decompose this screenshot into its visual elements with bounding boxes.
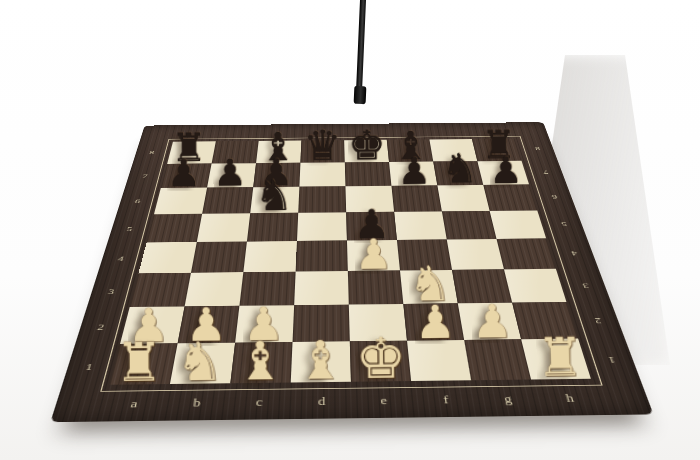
rank-label-right-2: 2	[582, 303, 615, 340]
square-g6[interactable]	[437, 185, 489, 211]
white-bishop-c1[interactable]: ♝	[230, 342, 292, 383]
square-f2[interactable]: ♟	[403, 303, 464, 340]
square-b5[interactable]	[197, 213, 250, 242]
file-label-b: b	[164, 396, 229, 413]
square-f7[interactable]: ♟	[389, 162, 437, 186]
rank-label-right-5: 5	[551, 210, 578, 238]
square-f5[interactable]	[394, 211, 447, 240]
inner-rim-line: ♜♝♛♚♝♜♟♟♟♟♞♟♞♟♟♞♟♟♟♟♟♜♞♝♝♚♜	[100, 136, 602, 392]
square-g1[interactable]	[464, 339, 531, 380]
dgt-cable-plug	[354, 86, 367, 105]
square-c6[interactable]: ♞	[250, 187, 299, 213]
square-h6[interactable]	[483, 185, 537, 211]
file-label-h: h	[537, 392, 604, 409]
black-pawn-a7[interactable]: ♟	[161, 164, 212, 189]
piece-glyph: ♞	[442, 148, 479, 189]
square-g2[interactable]: ♟	[458, 303, 521, 340]
file-label-f: f	[414, 393, 478, 410]
black-pawn-f7[interactable]: ♟	[389, 162, 437, 186]
square-g5[interactable]	[442, 211, 497, 240]
rank-label-left-5: 5	[116, 215, 142, 244]
rank-label-right-4: 4	[560, 239, 589, 270]
piece-glyph: ♚	[355, 329, 406, 386]
piece-glyph: ♟	[415, 299, 457, 345]
white-rook-h1[interactable]: ♜	[521, 339, 591, 380]
square-b7[interactable]: ♟	[207, 163, 256, 187]
rank-label-left-6: 6	[125, 188, 150, 215]
piece-glyph: ♜	[537, 331, 585, 385]
square-d7[interactable]	[299, 162, 345, 186]
piece-glyph: ♟	[472, 298, 514, 344]
dgt-cable	[356, 0, 367, 98]
square-f1[interactable]	[407, 340, 471, 381]
piece-glyph: ♝	[297, 334, 345, 388]
piece-glyph: ♛	[304, 124, 342, 166]
white-king-e1[interactable]: ♚	[350, 341, 411, 382]
square-h4[interactable]	[497, 238, 556, 269]
square-d1[interactable]: ♝	[291, 341, 351, 382]
rank-label-left-2: 2	[85, 309, 116, 347]
rank-label-left-8: 8	[140, 141, 162, 164]
file-label-e: e	[353, 394, 416, 411]
square-c5[interactable]	[247, 213, 298, 242]
square-b4[interactable]	[191, 241, 247, 272]
piece-glyph: ♟	[355, 233, 393, 275]
play-area: ♜♝♛♚♝♜♟♟♟♟♞♟♞♟♟♞♟♟♟♟♟♜♞♝♝♚♜	[109, 139, 591, 385]
rank-label-right-6: 6	[542, 184, 568, 210]
square-b1[interactable]: ♞	[170, 343, 235, 384]
file-label-d: d	[290, 395, 353, 412]
square-b6[interactable]	[202, 187, 253, 213]
rank-label-left-3: 3	[96, 274, 125, 308]
square-e7[interactable]	[345, 162, 392, 186]
black-queen-d8[interactable]: ♛	[300, 140, 344, 163]
piece-glyph: ♞	[176, 335, 224, 389]
white-pawn-g2[interactable]: ♟	[458, 303, 521, 340]
square-e8[interactable]: ♚	[344, 140, 389, 163]
rank-label-right-3: 3	[571, 269, 602, 303]
square-d4[interactable]	[296, 240, 348, 271]
piece-glyph: ♟	[167, 155, 200, 192]
white-pawn-e4[interactable]: ♟	[347, 240, 400, 271]
black-knight-c6[interactable]: ♞	[250, 187, 299, 213]
file-label-c: c	[227, 396, 291, 413]
piece-glyph: ♞	[255, 175, 293, 217]
square-c1[interactable]: ♝	[230, 342, 292, 383]
square-h1[interactable]: ♜	[521, 339, 591, 380]
black-pawn-b7[interactable]: ♟	[207, 163, 256, 187]
square-h3[interactable]	[504, 269, 566, 303]
square-g7[interactable]: ♞	[433, 161, 483, 185]
square-f6[interactable]	[391, 185, 441, 211]
piece-glyph: ♚	[348, 124, 386, 166]
rank-label-left-1: 1	[72, 346, 105, 388]
product-photo-scene: 87654321 12345678 abcdefgh ♜♝♛♚♝♜♟♟♟♟♞♟♞…	[0, 0, 700, 460]
square-g4[interactable]	[447, 239, 504, 270]
white-pawn-f2[interactable]: ♟	[403, 303, 464, 340]
square-d3[interactable]	[294, 271, 349, 305]
file-label-g: g	[476, 392, 541, 409]
rank-label-right-7: 7	[534, 160, 559, 184]
rank-label-right-1: 1	[595, 340, 630, 381]
file-label-a: a	[100, 397, 166, 414]
square-a4[interactable]	[139, 242, 197, 273]
square-h7[interactable]: ♟	[477, 161, 529, 185]
white-knight-b1[interactable]: ♞	[170, 343, 235, 384]
square-h5[interactable]	[490, 210, 547, 238]
square-a7[interactable]: ♟	[161, 164, 212, 189]
piece-glyph: ♜	[116, 336, 164, 390]
white-rook-a1[interactable]: ♜	[109, 343, 177, 384]
rank-label-left-7: 7	[133, 164, 156, 189]
white-bishop-d1[interactable]: ♝	[291, 341, 351, 382]
square-e1[interactable]: ♚	[350, 341, 411, 382]
black-knight-g7[interactable]: ♞	[433, 161, 483, 185]
square-a6[interactable]	[154, 188, 207, 215]
black-pawn-h7[interactable]: ♟	[477, 161, 529, 185]
piece-glyph: ♝	[236, 334, 284, 388]
piece-glyph: ♟	[489, 152, 522, 189]
square-d6[interactable]	[298, 186, 346, 212]
piece-glyph: ♟	[398, 153, 431, 190]
rank-label-right-8: 8	[526, 138, 549, 160]
rank-label-left-4: 4	[107, 243, 135, 274]
square-e3[interactable]	[348, 271, 403, 305]
square-d5[interactable]	[297, 212, 347, 241]
square-c4[interactable]	[243, 241, 297, 272]
square-e4[interactable]: ♟	[347, 240, 400, 271]
piece-glyph: ♟	[213, 154, 246, 191]
square-a5[interactable]	[147, 214, 203, 243]
square-a1[interactable]: ♜	[109, 343, 177, 384]
black-king-e8[interactable]: ♚	[344, 140, 389, 163]
file-labels-bottom: abcdefgh	[100, 392, 603, 414]
square-d8[interactable]: ♛	[300, 140, 344, 163]
